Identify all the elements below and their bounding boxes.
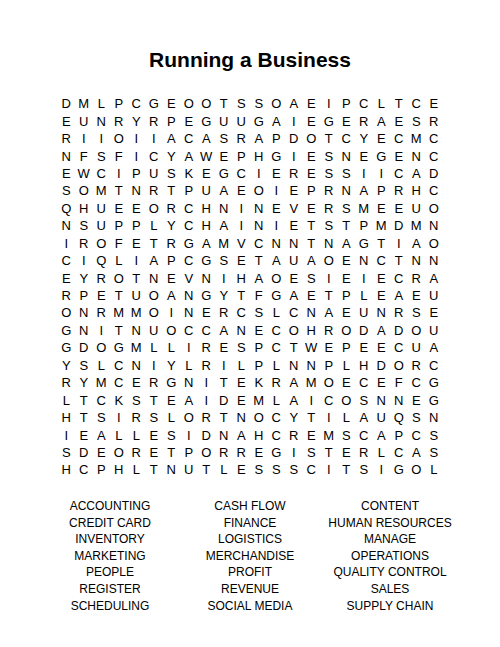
grid-cell[interactable]: C xyxy=(93,165,111,182)
grid-cell[interactable]: C xyxy=(355,374,373,391)
grid-cell[interactable]: L xyxy=(180,357,198,374)
grid-cell[interactable]: E xyxy=(128,200,146,217)
grid-cell[interactable]: S xyxy=(355,391,373,408)
grid-cell[interactable]: G xyxy=(215,165,233,182)
grid-cell[interactable]: E xyxy=(338,304,356,321)
grid-cell[interactable]: E xyxy=(215,339,233,356)
grid-cell[interactable]: U xyxy=(233,112,251,129)
grid-cell[interactable]: A xyxy=(268,252,286,269)
grid-cell[interactable]: E xyxy=(233,461,251,478)
grid-cell[interactable]: F xyxy=(250,287,268,304)
grid-cell[interactable]: E xyxy=(233,374,251,391)
grid-cell[interactable]: T xyxy=(338,217,356,234)
grid-cell[interactable]: R xyxy=(198,357,216,374)
grid-cell[interactable]: T xyxy=(390,95,408,112)
grid-cell[interactable]: O xyxy=(180,409,198,426)
grid-cell[interactable]: M xyxy=(408,217,426,234)
grid-cell[interactable]: N xyxy=(285,357,303,374)
grid-cell[interactable]: O xyxy=(338,391,356,408)
grid-cell[interactable]: E xyxy=(285,217,303,234)
grid-cell[interactable]: T xyxy=(163,444,181,461)
grid-cell[interactable]: R xyxy=(110,112,128,129)
grid-cell[interactable]: I xyxy=(285,112,303,129)
grid-cell[interactable]: S xyxy=(233,95,251,112)
grid-cell[interactable]: E xyxy=(355,339,373,356)
grid-cell[interactable]: C xyxy=(390,339,408,356)
grid-cell[interactable]: N xyxy=(408,147,426,164)
grid-cell[interactable]: U xyxy=(93,217,111,234)
grid-cell[interactable]: M xyxy=(93,374,111,391)
grid-cell[interactable]: A xyxy=(180,147,198,164)
grid-cell[interactable]: I xyxy=(215,269,233,286)
grid-cell[interactable]: A xyxy=(233,426,251,443)
grid-cell[interactable]: T xyxy=(110,322,128,339)
grid-cell[interactable]: I xyxy=(58,235,76,252)
grid-cell[interactable]: C xyxy=(390,269,408,286)
grid-cell[interactable]: T xyxy=(373,235,391,252)
grid-cell[interactable]: S xyxy=(75,217,93,234)
grid-cell[interactable]: G xyxy=(390,461,408,478)
grid-cell[interactable]: E xyxy=(250,322,268,339)
grid-cell[interactable]: S xyxy=(425,444,443,461)
grid-cell[interactable]: C xyxy=(390,130,408,147)
grid-cell[interactable]: L xyxy=(268,357,286,374)
grid-cell[interactable]: N xyxy=(93,112,111,129)
grid-cell[interactable]: I xyxy=(320,95,338,112)
grid-cell[interactable]: S xyxy=(93,409,111,426)
grid-cell[interactable]: O xyxy=(250,182,268,199)
grid-cell[interactable]: E xyxy=(373,200,391,217)
grid-cell[interactable]: M xyxy=(320,426,338,443)
grid-cell[interactable]: O xyxy=(145,200,163,217)
grid-cell[interactable]: S xyxy=(320,165,338,182)
grid-cell[interactable]: L xyxy=(338,357,356,374)
grid-cell[interactable]: A xyxy=(285,95,303,112)
grid-cell[interactable]: R xyxy=(163,200,181,217)
grid-cell[interactable]: N xyxy=(268,235,286,252)
grid-cell[interactable]: G xyxy=(425,374,443,391)
grid-cell[interactable]: U xyxy=(215,112,233,129)
grid-cell[interactable]: I xyxy=(198,374,216,391)
grid-cell[interactable]: A xyxy=(338,235,356,252)
grid-cell[interactable]: D xyxy=(425,165,443,182)
grid-cell[interactable]: C xyxy=(268,409,286,426)
grid-cell[interactable]: E xyxy=(390,147,408,164)
grid-cell[interactable]: U xyxy=(145,165,163,182)
grid-cell[interactable]: A xyxy=(285,391,303,408)
grid-cell[interactable]: L xyxy=(93,357,111,374)
grid-cell[interactable]: A xyxy=(425,339,443,356)
grid-cell[interactable]: R xyxy=(268,374,286,391)
grid-cell[interactable]: C xyxy=(233,304,251,321)
grid-cell[interactable]: S xyxy=(145,409,163,426)
grid-cell[interactable]: T xyxy=(303,217,321,234)
grid-cell[interactable]: L xyxy=(93,95,111,112)
grid-cell[interactable]: O xyxy=(198,95,216,112)
grid-cell[interactable]: W xyxy=(198,147,216,164)
grid-cell[interactable]: N xyxy=(338,182,356,199)
grid-cell[interactable]: A xyxy=(408,165,426,182)
grid-cell[interactable]: C xyxy=(268,322,286,339)
grid-cell[interactable]: A xyxy=(268,112,286,129)
grid-cell[interactable]: I xyxy=(215,357,233,374)
grid-cell[interactable]: N xyxy=(75,304,93,321)
grid-cell[interactable]: N xyxy=(163,461,181,478)
grid-cell[interactable]: U xyxy=(145,322,163,339)
grid-cell[interactable]: S xyxy=(320,217,338,234)
grid-cell[interactable]: O xyxy=(75,182,93,199)
grid-cell[interactable]: G xyxy=(180,235,198,252)
grid-cell[interactable]: P xyxy=(233,147,251,164)
grid-cell[interactable]: E xyxy=(338,269,356,286)
grid-cell[interactable]: C xyxy=(180,200,198,217)
grid-cell[interactable]: C xyxy=(250,235,268,252)
grid-cell[interactable]: E xyxy=(373,374,391,391)
grid-cell[interactable]: R xyxy=(355,112,373,129)
grid-cell[interactable]: S xyxy=(93,147,111,164)
grid-cell[interactable]: G xyxy=(268,444,286,461)
grid-cell[interactable]: N xyxy=(180,287,198,304)
grid-cell[interactable]: S xyxy=(408,112,426,129)
grid-cell[interactable]: N xyxy=(425,409,443,426)
grid-cell[interactable]: N xyxy=(303,304,321,321)
grid-cell[interactable]: C xyxy=(390,165,408,182)
grid-cell[interactable]: C xyxy=(180,130,198,147)
grid-cell[interactable]: M xyxy=(128,304,146,321)
grid-cell[interactable]: Y xyxy=(285,409,303,426)
grid-cell[interactable]: Q xyxy=(93,252,111,269)
grid-cell[interactable]: N xyxy=(303,357,321,374)
grid-cell[interactable]: S xyxy=(338,165,356,182)
grid-cell[interactable]: A xyxy=(180,391,198,408)
grid-cell[interactable]: U xyxy=(408,200,426,217)
grid-cell[interactable]: E xyxy=(303,112,321,129)
grid-cell[interactable]: N xyxy=(250,217,268,234)
grid-cell[interactable]: O xyxy=(425,200,443,217)
grid-cell[interactable]: C xyxy=(408,95,426,112)
grid-cell[interactable]: D xyxy=(75,444,93,461)
grid-cell[interactable]: E xyxy=(233,252,251,269)
grid-cell[interactable]: Y xyxy=(163,357,181,374)
grid-cell[interactable]: G xyxy=(250,112,268,129)
grid-cell[interactable]: T xyxy=(320,287,338,304)
grid-cell[interactable]: F xyxy=(110,147,128,164)
grid-cell[interactable]: R xyxy=(93,269,111,286)
grid-cell[interactable]: C xyxy=(180,217,198,234)
grid-cell[interactable]: U xyxy=(285,252,303,269)
grid-cell[interactable]: T xyxy=(75,409,93,426)
grid-cell[interactable]: O xyxy=(163,322,181,339)
grid-cell[interactable]: P xyxy=(338,287,356,304)
grid-cell[interactable]: E xyxy=(320,339,338,356)
grid-cell[interactable]: I xyxy=(93,322,111,339)
grid-cell[interactable]: N xyxy=(215,426,233,443)
grid-cell[interactable]: K xyxy=(110,391,128,408)
grid-cell[interactable]: O xyxy=(145,287,163,304)
grid-cell[interactable]: R xyxy=(198,339,216,356)
grid-cell[interactable]: O xyxy=(198,444,216,461)
grid-cell[interactable]: L xyxy=(215,461,233,478)
grid-cell[interactable]: A xyxy=(320,304,338,321)
grid-cell[interactable]: R xyxy=(58,287,76,304)
grid-cell[interactable]: D xyxy=(58,95,76,112)
grid-cell[interactable]: C xyxy=(355,426,373,443)
grid-cell[interactable]: N xyxy=(285,235,303,252)
grid-cell[interactable]: I xyxy=(163,304,181,321)
grid-cell[interactable]: U xyxy=(180,461,198,478)
grid-cell[interactable]: E xyxy=(285,182,303,199)
grid-cell[interactable]: O xyxy=(390,357,408,374)
grid-cell[interactable]: G xyxy=(198,287,216,304)
grid-cell[interactable]: A xyxy=(215,182,233,199)
grid-cell[interactable]: C xyxy=(268,426,286,443)
grid-cell[interactable]: I xyxy=(128,130,146,147)
grid-cell[interactable]: A xyxy=(373,426,391,443)
grid-cell[interactable]: M xyxy=(303,374,321,391)
grid-cell[interactable]: C xyxy=(338,130,356,147)
grid-cell[interactable]: N xyxy=(320,235,338,252)
grid-cell[interactable]: I xyxy=(355,165,373,182)
grid-cell[interactable]: E xyxy=(93,444,111,461)
grid-cell[interactable]: P xyxy=(93,461,111,478)
grid-cell[interactable]: E xyxy=(198,165,216,182)
grid-cell[interactable]: N xyxy=(180,304,198,321)
grid-cell[interactable]: S xyxy=(303,269,321,286)
grid-cell[interactable]: U xyxy=(425,287,443,304)
grid-cell[interactable]: L xyxy=(128,461,146,478)
grid-cell[interactable]: G xyxy=(58,322,76,339)
grid-cell[interactable]: Y xyxy=(75,374,93,391)
grid-cell[interactable]: L xyxy=(373,95,391,112)
grid-cell[interactable]: C xyxy=(373,252,391,269)
grid-cell[interactable]: A xyxy=(215,217,233,234)
grid-cell[interactable]: D xyxy=(215,391,233,408)
grid-cell[interactable]: R xyxy=(163,235,181,252)
grid-cell[interactable]: H xyxy=(198,200,216,217)
grid-cell[interactable]: N xyxy=(215,200,233,217)
grid-cell[interactable]: H xyxy=(303,322,321,339)
grid-cell[interactable]: I xyxy=(268,217,286,234)
grid-cell[interactable]: C xyxy=(425,357,443,374)
grid-cell[interactable]: R xyxy=(285,426,303,443)
grid-cell[interactable]: H xyxy=(58,461,76,478)
grid-cell[interactable]: O xyxy=(250,409,268,426)
grid-cell[interactable]: U xyxy=(408,339,426,356)
grid-cell[interactable]: T xyxy=(303,409,321,426)
grid-cell[interactable]: T xyxy=(128,269,146,286)
grid-cell[interactable]: Y xyxy=(163,217,181,234)
grid-cell[interactable]: N xyxy=(355,252,373,269)
grid-cell[interactable]: S xyxy=(355,461,373,478)
grid-cell[interactable]: A xyxy=(93,426,111,443)
grid-cell[interactable]: T xyxy=(145,235,163,252)
grid-cell[interactable]: F xyxy=(110,235,128,252)
grid-cell[interactable]: O xyxy=(320,374,338,391)
grid-cell[interactable]: E xyxy=(373,269,391,286)
grid-cell[interactable]: S xyxy=(58,444,76,461)
grid-cell[interactable]: C xyxy=(110,374,128,391)
grid-cell[interactable]: C xyxy=(425,182,443,199)
grid-cell[interactable]: E xyxy=(75,426,93,443)
grid-cell[interactable]: D xyxy=(390,322,408,339)
grid-cell[interactable]: I xyxy=(198,391,216,408)
grid-cell[interactable]: R xyxy=(425,112,443,129)
grid-cell[interactable]: C xyxy=(128,95,146,112)
grid-cell[interactable]: I xyxy=(390,235,408,252)
grid-cell[interactable]: C xyxy=(425,130,443,147)
grid-cell[interactable]: S xyxy=(75,357,93,374)
grid-cell[interactable]: N xyxy=(338,147,356,164)
grid-cell[interactable]: E xyxy=(390,200,408,217)
grid-cell[interactable]: E xyxy=(110,200,128,217)
grid-cell[interactable]: P xyxy=(250,339,268,356)
grid-cell[interactable]: S xyxy=(268,461,286,478)
grid-cell[interactable]: E xyxy=(198,304,216,321)
grid-cell[interactable]: N xyxy=(250,200,268,217)
grid-cell[interactable]: C xyxy=(198,322,216,339)
grid-cell[interactable]: M xyxy=(75,95,93,112)
grid-cell[interactable]: P xyxy=(128,217,146,234)
grid-cell[interactable]: O xyxy=(338,322,356,339)
grid-cell[interactable]: T xyxy=(215,409,233,426)
grid-cell[interactable]: P xyxy=(338,95,356,112)
grid-cell[interactable]: C xyxy=(355,95,373,112)
grid-cell[interactable]: L xyxy=(163,339,181,356)
grid-cell[interactable]: E xyxy=(338,112,356,129)
grid-cell[interactable]: O xyxy=(408,322,426,339)
grid-cell[interactable]: A xyxy=(285,287,303,304)
grid-cell[interactable]: O xyxy=(93,235,111,252)
grid-cell[interactable]: S xyxy=(320,147,338,164)
grid-cell[interactable]: E xyxy=(390,112,408,129)
grid-cell[interactable]: S xyxy=(338,426,356,443)
grid-cell[interactable]: G xyxy=(110,339,128,356)
grid-cell[interactable]: M xyxy=(93,182,111,199)
grid-cell[interactable]: N xyxy=(128,322,146,339)
grid-cell[interactable]: I xyxy=(233,200,251,217)
grid-cell[interactable]: E xyxy=(338,444,356,461)
grid-cell[interactable]: O xyxy=(320,252,338,269)
grid-cell[interactable]: I xyxy=(75,252,93,269)
grid-cell[interactable]: A xyxy=(198,235,216,252)
grid-cell[interactable]: S xyxy=(215,252,233,269)
grid-cell[interactable]: R xyxy=(408,269,426,286)
grid-cell[interactable]: E xyxy=(373,287,391,304)
grid-cell[interactable]: E xyxy=(338,374,356,391)
grid-cell[interactable]: S xyxy=(425,426,443,443)
grid-cell[interactable]: R xyxy=(390,182,408,199)
grid-cell[interactable]: A xyxy=(425,269,443,286)
grid-cell[interactable]: O xyxy=(180,95,198,112)
grid-cell[interactable]: R xyxy=(145,182,163,199)
grid-cell[interactable]: I xyxy=(233,217,251,234)
grid-cell[interactable]: A xyxy=(408,444,426,461)
grid-cell[interactable]: A xyxy=(355,182,373,199)
grid-cell[interactable]: L xyxy=(145,217,163,234)
grid-cell[interactable]: S xyxy=(128,391,146,408)
grid-cell[interactable]: C xyxy=(110,357,128,374)
grid-cell[interactable]: W xyxy=(75,165,93,182)
grid-cell[interactable]: C xyxy=(58,252,76,269)
grid-cell[interactable]: H xyxy=(355,357,373,374)
grid-cell[interactable]: I xyxy=(373,165,391,182)
grid-cell[interactable]: P xyxy=(180,444,198,461)
grid-cell[interactable]: N xyxy=(180,374,198,391)
grid-cell[interactable]: A xyxy=(390,287,408,304)
grid-cell[interactable]: E xyxy=(145,444,163,461)
grid-cell[interactable]: I xyxy=(268,182,286,199)
grid-cell[interactable]: S xyxy=(250,304,268,321)
grid-cell[interactable]: R xyxy=(320,322,338,339)
grid-cell[interactable]: Y xyxy=(58,357,76,374)
grid-cell[interactable]: R xyxy=(93,304,111,321)
grid-cell[interactable]: C xyxy=(285,304,303,321)
grid-cell[interactable]: T xyxy=(233,287,251,304)
grid-cell[interactable]: T xyxy=(110,182,128,199)
grid-cell[interactable]: N xyxy=(408,252,426,269)
grid-cell[interactable]: P xyxy=(390,426,408,443)
grid-cell[interactable]: E xyxy=(233,182,251,199)
grid-cell[interactable]: D xyxy=(355,322,373,339)
grid-cell[interactable]: C xyxy=(408,426,426,443)
grid-cell[interactable]: E xyxy=(425,304,443,321)
grid-cell[interactable]: I xyxy=(285,444,303,461)
grid-cell[interactable]: A xyxy=(198,130,216,147)
grid-cell[interactable]: K xyxy=(250,374,268,391)
grid-cell[interactable]: I xyxy=(128,147,146,164)
grid-cell[interactable]: M xyxy=(128,339,146,356)
grid-cell[interactable]: I xyxy=(373,461,391,478)
grid-cell[interactable]: T xyxy=(110,287,128,304)
grid-cell[interactable]: N xyxy=(198,269,216,286)
grid-cell[interactable]: C xyxy=(408,374,426,391)
grid-cell[interactable]: T xyxy=(145,461,163,478)
grid-cell[interactable]: E xyxy=(303,147,321,164)
grid-cell[interactable]: I xyxy=(320,461,338,478)
grid-cell[interactable]: H xyxy=(110,461,128,478)
grid-cell[interactable]: N xyxy=(58,217,76,234)
grid-cell[interactable]: E xyxy=(163,391,181,408)
grid-cell[interactable]: R xyxy=(233,130,251,147)
grid-cell[interactable]: K xyxy=(180,165,198,182)
grid-cell[interactable]: E xyxy=(303,165,321,182)
grid-cell[interactable]: E xyxy=(373,130,391,147)
grid-cell[interactable]: O xyxy=(285,322,303,339)
grid-cell[interactable]: P xyxy=(373,182,391,199)
grid-cell[interactable]: N xyxy=(373,391,391,408)
grid-cell[interactable]: E xyxy=(58,165,76,182)
grid-cell[interactable]: L xyxy=(163,409,181,426)
grid-cell[interactable]: A xyxy=(355,409,373,426)
grid-cell[interactable]: P xyxy=(110,95,128,112)
grid-cell[interactable]: T xyxy=(163,182,181,199)
grid-cell[interactable]: R xyxy=(215,304,233,321)
grid-cell[interactable]: M xyxy=(215,235,233,252)
grid-cell[interactable]: S xyxy=(285,461,303,478)
grid-cell[interactable]: T xyxy=(303,235,321,252)
grid-cell[interactable]: F xyxy=(390,374,408,391)
grid-cell[interactable]: S xyxy=(303,444,321,461)
grid-cell[interactable]: U xyxy=(198,182,216,199)
grid-cell[interactable]: P xyxy=(163,112,181,129)
grid-cell[interactable]: E xyxy=(233,391,251,408)
grid-cell[interactable]: E xyxy=(180,112,198,129)
grid-cell[interactable]: U xyxy=(75,112,93,129)
grid-cell[interactable]: P xyxy=(110,217,128,234)
grid-cell[interactable]: R xyxy=(355,444,373,461)
grid-cell[interactable]: A xyxy=(145,252,163,269)
grid-cell[interactable]: P xyxy=(180,182,198,199)
